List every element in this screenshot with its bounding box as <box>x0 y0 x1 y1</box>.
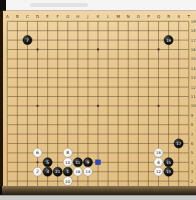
stone-white-10[interactable]: 10 <box>63 158 72 167</box>
svg-text:R: R <box>167 14 170 19</box>
board-bottom-edge <box>2 186 196 195</box>
stone-white-6[interactable]: 6 <box>33 148 42 157</box>
svg-text:O: O <box>137 14 140 19</box>
svg-text:3: 3 <box>46 169 49 174</box>
svg-text:15: 15 <box>166 160 171 165</box>
svg-text:19: 19 <box>166 38 171 43</box>
stone-black-11[interactable]: 11 <box>73 158 82 167</box>
svg-text:11: 11 <box>191 95 196 99</box>
svg-text:5: 5 <box>46 160 49 165</box>
stone-black-9[interactable]: 9 <box>83 158 92 167</box>
svg-text:4: 4 <box>157 160 160 165</box>
svg-text:T: T <box>187 14 191 19</box>
stone-white-8[interactable]: 8 <box>63 148 72 157</box>
stone-white-14[interactable]: 14 <box>83 167 92 176</box>
svg-text:6: 6 <box>36 150 39 155</box>
svg-text:12: 12 <box>156 169 161 174</box>
stone-white-18[interactable]: 18 <box>73 167 82 176</box>
svg-text:16: 16 <box>191 48 196 52</box>
svg-text:21: 21 <box>55 169 60 174</box>
stone-black-19[interactable]: 19 <box>164 36 173 45</box>
svg-text:14: 14 <box>86 169 91 174</box>
svg-text:K: K <box>97 14 100 19</box>
svg-text:11: 11 <box>75 160 80 165</box>
stone-black-3[interactable]: 3 <box>43 167 52 176</box>
stone-black-21[interactable]: 21 <box>53 167 62 176</box>
blue-square-marker[interactable] <box>96 160 101 165</box>
stone-black-17[interactable]: 17 <box>174 139 183 148</box>
svg-text:13: 13 <box>166 169 171 174</box>
svg-text:2: 2 <box>36 169 39 174</box>
svg-text:10: 10 <box>191 104 196 108</box>
background-bottom-strip <box>0 195 196 200</box>
svg-text:13: 13 <box>191 76 196 80</box>
svg-text:18: 18 <box>191 29 196 33</box>
svg-text:Q: Q <box>157 14 160 19</box>
stone-white-4[interactable]: 4 <box>154 158 163 167</box>
stone-black-15[interactable]: 15 <box>164 158 173 167</box>
svg-text:12: 12 <box>191 86 196 90</box>
svg-text:17: 17 <box>176 141 181 146</box>
svg-text:10: 10 <box>65 160 70 165</box>
stone-black-1[interactable]: 1 <box>63 167 72 176</box>
go-board[interactable]: ABCDEFGHJKLMNOPQRST191817161514131211109… <box>0 0 196 200</box>
stone-white-20[interactable]: 20 <box>63 177 72 186</box>
svg-text:M: M <box>116 14 120 19</box>
svg-text:14: 14 <box>191 67 196 71</box>
svg-text:G: G <box>66 14 69 19</box>
svg-text:1: 1 <box>66 169 69 174</box>
svg-text:9: 9 <box>87 160 90 165</box>
svg-text:19: 19 <box>191 20 196 24</box>
svg-text:17: 17 <box>191 39 196 43</box>
stone-black-13[interactable]: 13 <box>164 167 173 176</box>
svg-text:A: A <box>6 14 9 19</box>
svg-text:20: 20 <box>65 179 70 184</box>
svg-text:D: D <box>36 14 39 19</box>
svg-text:C: C <box>26 14 29 19</box>
stone-white-12[interactable]: 12 <box>154 167 163 176</box>
svg-text:B: B <box>16 14 19 19</box>
board-left-edge <box>0 11 3 187</box>
svg-text:7: 7 <box>26 38 29 43</box>
svg-text:8: 8 <box>66 150 69 155</box>
svg-text:16: 16 <box>156 150 161 155</box>
svg-text:15: 15 <box>191 57 196 61</box>
stone-black-7[interactable]: 7 <box>23 36 32 45</box>
svg-text:18: 18 <box>75 169 80 174</box>
screenshot-root: ABCDEFGHJKLMNOPQRST191817161514131211109… <box>0 0 196 200</box>
stone-black-5[interactable]: 5 <box>43 158 52 167</box>
svg-text:N: N <box>127 14 130 19</box>
stone-white-2[interactable]: 2 <box>33 167 42 176</box>
svg-text:H: H <box>76 14 79 19</box>
stone-white-16[interactable]: 16 <box>154 148 163 157</box>
